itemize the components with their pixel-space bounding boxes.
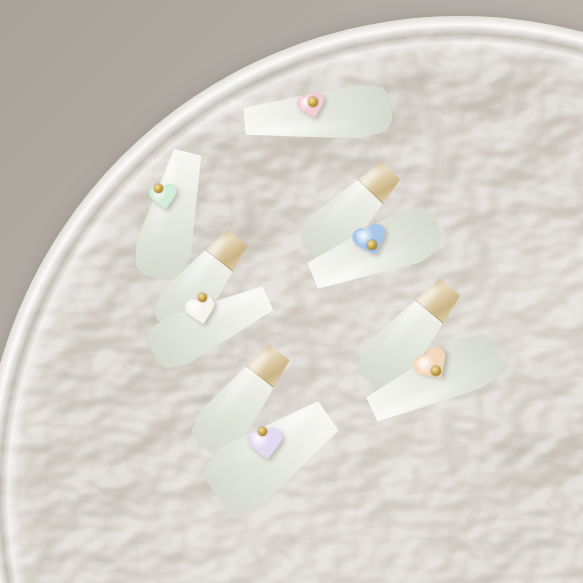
gold-stud-icon — [308, 97, 318, 107]
heart-shine — [188, 299, 206, 316]
gold-stud-icon — [258, 427, 267, 436]
gold-stud-icon — [431, 366, 441, 376]
gold-stud-icon — [154, 184, 163, 193]
heart-charms — [0, 0, 583, 583]
mint-heart-charm — [147, 183, 181, 215]
nail-set-photo — [0, 0, 583, 583]
gold-stud-icon — [198, 293, 207, 302]
gold-stud-icon — [367, 240, 377, 250]
pink-heart-charm — [294, 91, 330, 125]
